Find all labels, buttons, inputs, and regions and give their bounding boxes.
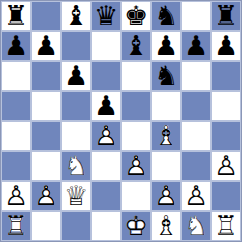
piece-white-rook[interactable]: ♜♖: [211, 211, 241, 241]
square-f7[interactable]: ♟: [151, 31, 181, 61]
square-c3[interactable]: ♞♘: [61, 151, 91, 181]
square-g4[interactable]: [181, 121, 211, 151]
square-b1[interactable]: [31, 211, 61, 241]
square-f8[interactable]: ♞: [151, 1, 181, 31]
piece-white-queen[interactable]: ♛♕: [61, 181, 91, 211]
pawn-icon: ♟: [181, 31, 211, 61]
pawn-icon: ♟: [151, 31, 181, 61]
pawn-icon: ♙: [181, 181, 211, 211]
pawn-icon: ♙: [1, 181, 31, 211]
knight-icon: ♞: [151, 1, 181, 31]
square-e3[interactable]: ♟♙: [121, 151, 151, 181]
square-e8[interactable]: ♚: [121, 1, 151, 31]
square-d3[interactable]: [91, 151, 121, 181]
square-d1[interactable]: [91, 211, 121, 241]
pawn-icon: ♙: [121, 151, 151, 181]
queen-icon: ♕: [61, 181, 91, 211]
piece-black-rook[interactable]: ♜: [1, 1, 31, 31]
square-h4[interactable]: [211, 121, 241, 151]
square-g6[interactable]: [181, 61, 211, 91]
square-a8[interactable]: ♜: [1, 1, 31, 31]
square-d6[interactable]: [91, 61, 121, 91]
square-a2[interactable]: ♟♙: [1, 181, 31, 211]
piece-white-knight[interactable]: ♞♘: [61, 151, 91, 181]
piece-black-pawn[interactable]: ♟: [61, 61, 91, 91]
square-g2[interactable]: ♟♙: [181, 181, 211, 211]
rook-icon: ♖: [211, 211, 241, 241]
bishop-icon: ♝: [121, 31, 151, 61]
pawn-icon: ♙: [151, 181, 181, 211]
square-h6[interactable]: [211, 61, 241, 91]
knight-icon: ♘: [181, 211, 211, 241]
square-a7[interactable]: ♟: [1, 31, 31, 61]
piece-white-pawn[interactable]: ♟♙: [1, 181, 31, 211]
square-c4[interactable]: [61, 121, 91, 151]
square-b8[interactable]: [31, 1, 61, 31]
bishop-icon: ♗: [151, 121, 181, 151]
square-d4[interactable]: ♟♙: [91, 121, 121, 151]
square-g7[interactable]: ♟: [181, 31, 211, 61]
rook-icon: ♜: [211, 1, 241, 31]
square-h2[interactable]: [211, 181, 241, 211]
piece-black-pawn[interactable]: ♟: [211, 31, 241, 61]
piece-white-bishop[interactable]: ♝♗: [151, 121, 181, 151]
pawn-icon: ♟: [1, 31, 31, 61]
square-e4[interactable]: [121, 121, 151, 151]
king-icon: ♚: [121, 1, 151, 31]
square-d5[interactable]: ♟: [91, 91, 121, 121]
square-b2[interactable]: ♟♙: [31, 181, 61, 211]
square-a4[interactable]: [1, 121, 31, 151]
pawn-icon: ♙: [91, 121, 121, 151]
square-e6[interactable]: [121, 61, 151, 91]
piece-white-pawn[interactable]: ♟♙: [31, 181, 61, 211]
piece-black-pawn[interactable]: ♟: [1, 31, 31, 61]
bishop-icon: ♝: [61, 1, 91, 31]
square-d8[interactable]: ♛: [91, 1, 121, 31]
knight-icon: ♘: [61, 151, 91, 181]
square-f3[interactable]: [151, 151, 181, 181]
pawn-icon: ♟: [211, 31, 241, 61]
square-b5[interactable]: [31, 91, 61, 121]
piece-black-rook[interactable]: ♜: [211, 1, 241, 31]
square-f2[interactable]: ♟♙: [151, 181, 181, 211]
square-g3[interactable]: [181, 151, 211, 181]
queen-icon: ♛: [91, 1, 121, 31]
piece-white-pawn[interactable]: ♟♙: [121, 151, 151, 181]
square-d7[interactable]: [91, 31, 121, 61]
square-a5[interactable]: [1, 91, 31, 121]
piece-black-knight[interactable]: ♞: [151, 61, 181, 91]
bishop-icon: ♗: [151, 211, 181, 241]
piece-black-bishop[interactable]: ♝: [121, 31, 151, 61]
piece-black-pawn[interactable]: ♟: [151, 31, 181, 61]
pawn-icon: ♙: [31, 181, 61, 211]
piece-white-pawn[interactable]: ♟♙: [181, 181, 211, 211]
square-f5[interactable]: [151, 91, 181, 121]
piece-black-king[interactable]: ♚: [121, 1, 151, 31]
pawn-icon: ♟: [91, 91, 121, 121]
square-b6[interactable]: [31, 61, 61, 91]
square-f6[interactable]: ♞: [151, 61, 181, 91]
piece-white-rook[interactable]: ♜♖: [1, 211, 31, 241]
king-icon: ♔: [121, 211, 151, 241]
square-c8[interactable]: ♝: [61, 1, 91, 31]
square-c5[interactable]: [61, 91, 91, 121]
square-f1[interactable]: ♝♗: [151, 211, 181, 241]
square-f4[interactable]: ♝♗: [151, 121, 181, 151]
square-b4[interactable]: [31, 121, 61, 151]
rook-icon: ♖: [1, 211, 31, 241]
square-e7[interactable]: ♝: [121, 31, 151, 61]
pawn-icon: ♙: [211, 151, 241, 181]
piece-white-bishop[interactable]: ♝♗: [151, 211, 181, 241]
square-a6[interactable]: [1, 61, 31, 91]
square-h7[interactable]: ♟: [211, 31, 241, 61]
piece-black-bishop[interactable]: ♝: [61, 1, 91, 31]
square-c1[interactable]: [61, 211, 91, 241]
square-c7[interactable]: [61, 31, 91, 61]
piece-white-pawn[interactable]: ♟♙: [211, 151, 241, 181]
square-g8[interactable]: [181, 1, 211, 31]
square-a3[interactable]: [1, 151, 31, 181]
square-d2[interactable]: [91, 181, 121, 211]
piece-black-pawn[interactable]: ♟: [31, 31, 61, 61]
square-e5[interactable]: [121, 91, 151, 121]
piece-white-pawn[interactable]: ♟♙: [151, 181, 181, 211]
piece-white-pawn[interactable]: ♟♙: [91, 121, 121, 151]
square-h1[interactable]: ♜♖: [211, 211, 241, 241]
square-b3[interactable]: [31, 151, 61, 181]
pawn-icon: ♟: [31, 31, 61, 61]
square-b7[interactable]: ♟: [31, 31, 61, 61]
piece-black-pawn[interactable]: ♟: [91, 91, 121, 121]
piece-black-queen[interactable]: ♛: [91, 1, 121, 31]
chess-board: ♜♝♛♚♞♜♟♟♝♟♟♟♟♞♟♟♙♝♗♞♘♟♙♟♙♟♙♟♙♛♕♟♙♟♙♜♖♚♔♝…: [0, 0, 242, 242]
square-c2[interactable]: ♛♕: [61, 181, 91, 211]
square-c6[interactable]: ♟: [61, 61, 91, 91]
pawn-icon: ♟: [61, 61, 91, 91]
piece-white-knight[interactable]: ♞♘: [181, 211, 211, 241]
square-h8[interactable]: ♜: [211, 1, 241, 31]
square-e1[interactable]: ♚♔: [121, 211, 151, 241]
square-a1[interactable]: ♜♖: [1, 211, 31, 241]
piece-white-king[interactable]: ♚♔: [121, 211, 151, 241]
square-h5[interactable]: [211, 91, 241, 121]
knight-icon: ♞: [151, 61, 181, 91]
piece-black-pawn[interactable]: ♟: [181, 31, 211, 61]
square-h3[interactable]: ♟♙: [211, 151, 241, 181]
square-g1[interactable]: ♞♘: [181, 211, 211, 241]
square-e2[interactable]: [121, 181, 151, 211]
rook-icon: ♜: [1, 1, 31, 31]
piece-black-knight[interactable]: ♞: [151, 1, 181, 31]
square-g5[interactable]: [181, 91, 211, 121]
